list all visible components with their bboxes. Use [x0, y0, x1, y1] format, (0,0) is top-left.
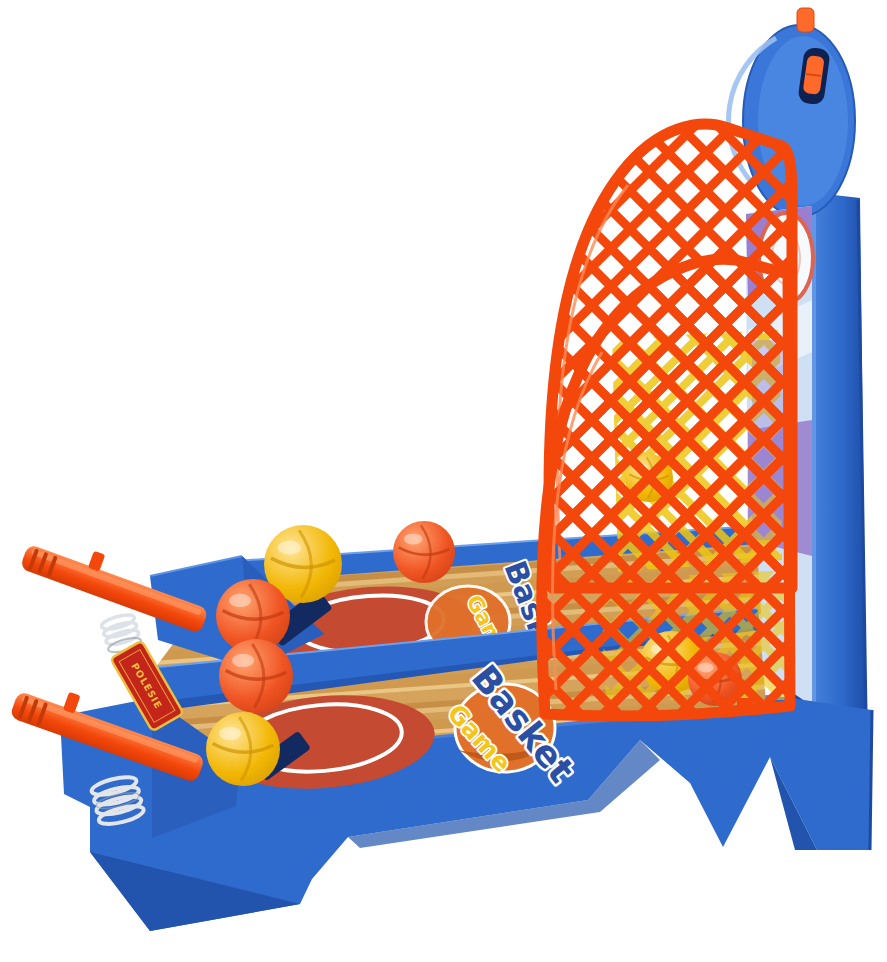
- net-mount-tab: [737, 698, 753, 711]
- top-peg: [797, 8, 814, 32]
- ball-yellow: [206, 712, 280, 786]
- tower-column: [808, 192, 866, 714]
- product-photo-basket-game: Basket Game Basket: [0, 0, 887, 962]
- ball-orange: [393, 521, 455, 583]
- ball-orange: [219, 639, 293, 713]
